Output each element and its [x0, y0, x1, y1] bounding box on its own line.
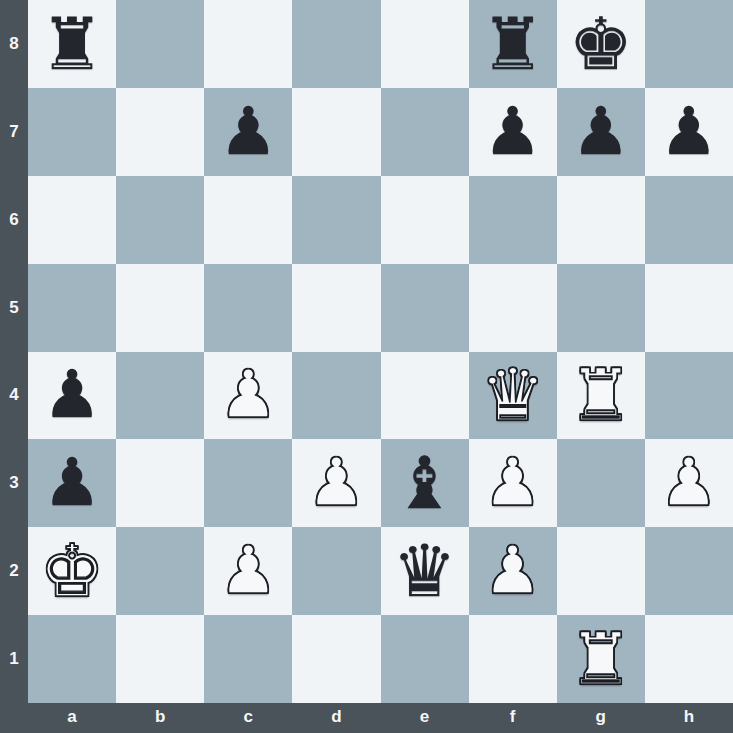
rank-label-5: 5 [0, 264, 28, 352]
square-b1[interactable] [116, 615, 204, 703]
square-g5[interactable] [557, 264, 645, 352]
square-a7[interactable] [28, 88, 116, 176]
square-c1[interactable] [204, 615, 292, 703]
chess-board-frame: 87654321 ♜♜♚♟♟♟♟♟♟♛♜♟♟♝♟♟♚♟♛♟♜ abcdefgh [0, 0, 733, 733]
square-d4[interactable] [292, 352, 380, 440]
square-f7[interactable]: ♟ [469, 88, 557, 176]
square-b3[interactable] [116, 439, 204, 527]
square-c6[interactable] [204, 176, 292, 264]
square-b7[interactable] [116, 88, 204, 176]
square-e3[interactable]: ♝ [381, 439, 469, 527]
file-label-h: h [645, 703, 733, 733]
square-g8[interactable]: ♚ [557, 0, 645, 88]
square-c3[interactable] [204, 439, 292, 527]
square-a1[interactable] [28, 615, 116, 703]
square-e4[interactable] [381, 352, 469, 440]
square-d7[interactable] [292, 88, 380, 176]
square-a6[interactable] [28, 176, 116, 264]
square-a8[interactable]: ♜ [28, 0, 116, 88]
piece-black-queen-e2[interactable]: ♛ [381, 527, 469, 615]
piece-white-pawn-h3[interactable]: ♟ [645, 439, 733, 527]
square-e6[interactable] [381, 176, 469, 264]
rank-label-8: 8 [0, 0, 28, 88]
square-h6[interactable] [645, 176, 733, 264]
square-e8[interactable] [381, 0, 469, 88]
rank-labels: 87654321 [0, 0, 28, 703]
piece-black-pawn-a4[interactable]: ♟ [28, 352, 116, 440]
square-c5[interactable] [204, 264, 292, 352]
square-g3[interactable] [557, 439, 645, 527]
square-a2[interactable]: ♚ [28, 527, 116, 615]
square-h2[interactable] [645, 527, 733, 615]
square-e2[interactable]: ♛ [381, 527, 469, 615]
square-e5[interactable] [381, 264, 469, 352]
piece-white-rook-g1[interactable]: ♜ [557, 615, 645, 703]
square-e7[interactable] [381, 88, 469, 176]
piece-black-pawn-h7[interactable]: ♟ [645, 88, 733, 176]
square-d3[interactable]: ♟ [292, 439, 380, 527]
piece-white-rook-g4[interactable]: ♜ [557, 352, 645, 440]
square-f4[interactable]: ♛ [469, 352, 557, 440]
square-c7[interactable]: ♟ [204, 88, 292, 176]
piece-black-pawn-c7[interactable]: ♟ [204, 88, 292, 176]
square-g2[interactable] [557, 527, 645, 615]
square-a5[interactable] [28, 264, 116, 352]
piece-white-pawn-c4[interactable]: ♟ [204, 352, 292, 440]
piece-white-pawn-c2[interactable]: ♟ [204, 527, 292, 615]
file-label-f: f [469, 703, 557, 733]
piece-black-bishop-e3[interactable]: ♝ [381, 439, 469, 527]
file-label-e: e [381, 703, 469, 733]
rank-label-1: 1 [0, 615, 28, 703]
file-label-b: b [116, 703, 204, 733]
square-b5[interactable] [116, 264, 204, 352]
square-b4[interactable] [116, 352, 204, 440]
square-d6[interactable] [292, 176, 380, 264]
piece-black-pawn-f7[interactable]: ♟ [469, 88, 557, 176]
piece-black-rook-a8[interactable]: ♜ [28, 0, 116, 88]
square-g7[interactable]: ♟ [557, 88, 645, 176]
square-h1[interactable] [645, 615, 733, 703]
file-label-d: d [292, 703, 380, 733]
square-d8[interactable] [292, 0, 380, 88]
piece-white-pawn-f3[interactable]: ♟ [469, 439, 557, 527]
piece-black-pawn-a3[interactable]: ♟ [28, 439, 116, 527]
square-g1[interactable]: ♜ [557, 615, 645, 703]
square-g4[interactable]: ♜ [557, 352, 645, 440]
file-labels: abcdefgh [28, 703, 733, 733]
square-h7[interactable]: ♟ [645, 88, 733, 176]
rank-label-3: 3 [0, 439, 28, 527]
square-c4[interactable]: ♟ [204, 352, 292, 440]
square-h3[interactable]: ♟ [645, 439, 733, 527]
piece-black-king-g8[interactable]: ♚ [557, 0, 645, 88]
square-f3[interactable]: ♟ [469, 439, 557, 527]
square-a4[interactable]: ♟ [28, 352, 116, 440]
square-b6[interactable] [116, 176, 204, 264]
square-f1[interactable] [469, 615, 557, 703]
piece-black-rook-f8[interactable]: ♜ [469, 0, 557, 88]
piece-black-pawn-g7[interactable]: ♟ [557, 88, 645, 176]
file-label-a: a [28, 703, 116, 733]
square-f5[interactable] [469, 264, 557, 352]
piece-white-king-a2[interactable]: ♚ [28, 527, 116, 615]
square-b2[interactable] [116, 527, 204, 615]
piece-white-pawn-d3[interactable]: ♟ [292, 439, 380, 527]
rank-label-2: 2 [0, 527, 28, 615]
square-d1[interactable] [292, 615, 380, 703]
rank-label-4: 4 [0, 352, 28, 440]
square-c2[interactable]: ♟ [204, 527, 292, 615]
square-h8[interactable] [645, 0, 733, 88]
square-a3[interactable]: ♟ [28, 439, 116, 527]
chess-board: ♜♜♚♟♟♟♟♟♟♛♜♟♟♝♟♟♚♟♛♟♜ [28, 0, 733, 703]
square-b8[interactable] [116, 0, 204, 88]
rank-label-7: 7 [0, 88, 28, 176]
square-d5[interactable] [292, 264, 380, 352]
square-f2[interactable]: ♟ [469, 527, 557, 615]
square-e1[interactable] [381, 615, 469, 703]
square-h5[interactable] [645, 264, 733, 352]
piece-white-pawn-f2[interactable]: ♟ [469, 527, 557, 615]
square-f8[interactable]: ♜ [469, 0, 557, 88]
rank-label-6: 6 [0, 176, 28, 264]
square-h4[interactable] [645, 352, 733, 440]
square-c8[interactable] [204, 0, 292, 88]
square-f6[interactable] [469, 176, 557, 264]
piece-white-queen-f4[interactable]: ♛ [469, 352, 557, 440]
file-label-g: g [557, 703, 645, 733]
square-g6[interactable] [557, 176, 645, 264]
square-d2[interactable] [292, 527, 380, 615]
file-label-c: c [204, 703, 292, 733]
